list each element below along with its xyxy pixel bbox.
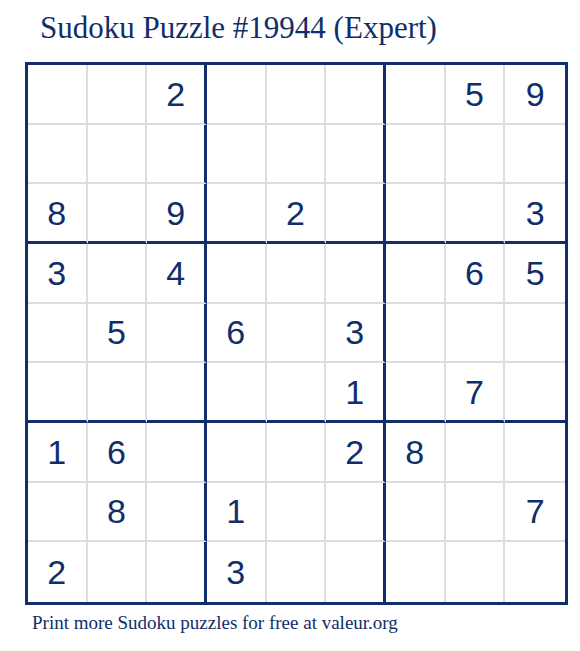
cell-r7c8[interactable] (446, 423, 506, 483)
cell-r7c3[interactable] (147, 423, 207, 483)
cell-r7c1[interactable]: 1 (28, 423, 88, 483)
cell-r5c8[interactable] (446, 304, 506, 364)
cell-r2c1[interactable] (28, 125, 88, 185)
cell-r7c4[interactable] (207, 423, 267, 483)
cell-r8c6[interactable] (326, 483, 386, 543)
cell-r3c2[interactable] (88, 184, 148, 244)
cell-r5c6[interactable]: 3 (326, 304, 386, 364)
cell-r1c5[interactable] (267, 65, 327, 125)
cell-r8c8[interactable] (446, 483, 506, 543)
cell-r4c5[interactable] (267, 244, 327, 304)
cell-r3c7[interactable] (386, 184, 446, 244)
cell-r9c6[interactable] (326, 542, 386, 602)
cell-r1c7[interactable] (386, 65, 446, 125)
cell-r2c8[interactable] (446, 125, 506, 185)
cell-r2c7[interactable] (386, 125, 446, 185)
cell-r6c3[interactable] (147, 363, 207, 423)
cell-r7c5[interactable] (267, 423, 327, 483)
cell-r1c3[interactable]: 2 (147, 65, 207, 125)
cell-r7c2[interactable]: 6 (88, 423, 148, 483)
cell-r2c2[interactable] (88, 125, 148, 185)
cell-r2c5[interactable] (267, 125, 327, 185)
cell-r3c3[interactable]: 9 (147, 184, 207, 244)
cell-r9c9[interactable] (505, 542, 565, 602)
cell-r4c6[interactable] (326, 244, 386, 304)
cell-r4c1[interactable]: 3 (28, 244, 88, 304)
cell-r6c8[interactable]: 7 (446, 363, 506, 423)
cell-r6c7[interactable] (386, 363, 446, 423)
cell-r1c9[interactable]: 9 (505, 65, 565, 125)
cell-r5c5[interactable] (267, 304, 327, 364)
cell-r5c4[interactable]: 6 (207, 304, 267, 364)
cell-r1c2[interactable] (88, 65, 148, 125)
cell-r4c3[interactable]: 4 (147, 244, 207, 304)
footer-text: Print more Sudoku puzzles for free at va… (32, 612, 398, 634)
cell-r8c5[interactable] (267, 483, 327, 543)
cell-r3c1[interactable]: 8 (28, 184, 88, 244)
cell-r3c8[interactable] (446, 184, 506, 244)
cell-r4c8[interactable]: 6 (446, 244, 506, 304)
cell-r8c9[interactable]: 7 (505, 483, 565, 543)
cell-r2c3[interactable] (147, 125, 207, 185)
cell-r9c2[interactable] (88, 542, 148, 602)
cell-r9c5[interactable] (267, 542, 327, 602)
cell-r3c5[interactable]: 2 (267, 184, 327, 244)
cell-r2c6[interactable] (326, 125, 386, 185)
cell-r1c8[interactable]: 5 (446, 65, 506, 125)
cell-r2c4[interactable] (207, 125, 267, 185)
cell-r1c1[interactable] (28, 65, 88, 125)
cell-r6c5[interactable] (267, 363, 327, 423)
cell-r8c7[interactable] (386, 483, 446, 543)
cell-r8c4[interactable]: 1 (207, 483, 267, 543)
cell-r9c3[interactable] (147, 542, 207, 602)
cell-r5c3[interactable] (147, 304, 207, 364)
cell-r1c6[interactable] (326, 65, 386, 125)
cell-r4c9[interactable]: 5 (505, 244, 565, 304)
cell-r3c6[interactable] (326, 184, 386, 244)
sudoku-board: 2598923346556317162881723 (25, 62, 568, 605)
cell-r6c6[interactable]: 1 (326, 363, 386, 423)
page-title: Sudoku Puzzle #19944 (Expert) (40, 10, 437, 46)
cell-r7c6[interactable]: 2 (326, 423, 386, 483)
cell-r2c9[interactable] (505, 125, 565, 185)
cell-r8c1[interactable] (28, 483, 88, 543)
cell-r5c9[interactable] (505, 304, 565, 364)
cell-r9c8[interactable] (446, 542, 506, 602)
cell-r3c4[interactable] (207, 184, 267, 244)
cell-r1c4[interactable] (207, 65, 267, 125)
cell-r8c3[interactable] (147, 483, 207, 543)
cell-r3c9[interactable]: 3 (505, 184, 565, 244)
cell-r4c7[interactable] (386, 244, 446, 304)
cell-r9c4[interactable]: 3 (207, 542, 267, 602)
cell-r7c9[interactable] (505, 423, 565, 483)
cell-r6c4[interactable] (207, 363, 267, 423)
cell-r5c2[interactable]: 5 (88, 304, 148, 364)
cell-r9c1[interactable]: 2 (28, 542, 88, 602)
cell-r4c2[interactable] (88, 244, 148, 304)
cell-r4c4[interactable] (207, 244, 267, 304)
cell-r6c2[interactable] (88, 363, 148, 423)
cell-r7c7[interactable]: 8 (386, 423, 446, 483)
cell-r6c1[interactable] (28, 363, 88, 423)
cell-r9c7[interactable] (386, 542, 446, 602)
cell-r5c7[interactable] (386, 304, 446, 364)
cell-r5c1[interactable] (28, 304, 88, 364)
cell-r6c9[interactable] (505, 363, 565, 423)
cell-r8c2[interactable]: 8 (88, 483, 148, 543)
